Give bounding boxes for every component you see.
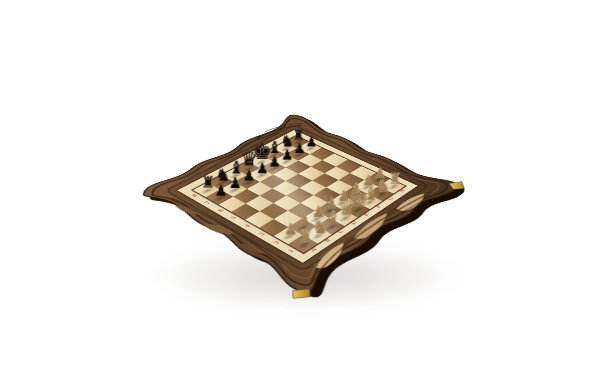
product-photo-stage: Handcrafted carved walnut chess board wi…: [0, 0, 600, 380]
piece-glyph: ♜: [290, 228, 321, 245]
piece-glyph: ♟: [207, 183, 236, 198]
